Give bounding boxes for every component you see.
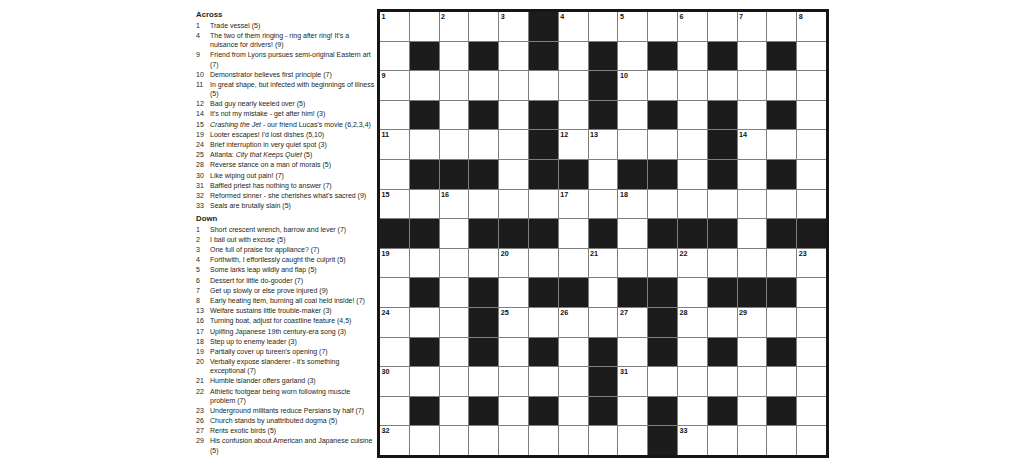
clue-text: Turning boat, adjust for coastline featu…: [210, 316, 376, 325]
grid-cell[interactable]: [678, 160, 707, 189]
grid-cell[interactable]: 11: [380, 130, 409, 159]
grid-cell[interactable]: [529, 71, 558, 100]
crossword-grid: 1234567891011121314151617181920212223242…: [377, 9, 829, 458]
grid-cell[interactable]: [380, 160, 409, 189]
grid-cell[interactable]: [529, 308, 558, 337]
clue-down-20: 20Verbally expose slanderer - it's somet…: [196, 357, 376, 375]
grid-cell[interactable]: [648, 12, 677, 41]
grid-cell[interactable]: [440, 367, 469, 396]
grid-cell[interactable]: 19: [380, 249, 409, 278]
clue-text: Verbally expose slanderer - it's somethi…: [210, 357, 376, 375]
clue-down-6: 6Dessert for little do-gooder (7): [196, 276, 376, 285]
clue-number: 11: [196, 80, 210, 98]
clue-text: Dessert for little do-gooder (7): [210, 276, 376, 285]
clue-number: 17: [196, 327, 210, 336]
clue-text: Uplifing Japanese 19th century-era song …: [210, 327, 376, 336]
clue-down-8: 8Early heating item, burning all coal he…: [196, 296, 376, 305]
grid-cell-black: [648, 219, 677, 248]
grid-cell[interactable]: [618, 338, 647, 367]
cell-number: 27: [620, 308, 628, 317]
grid-cell[interactable]: [410, 190, 439, 219]
grid-cell[interactable]: [797, 190, 826, 219]
grid-cell[interactable]: [499, 426, 528, 455]
grid-cell[interactable]: [648, 367, 677, 396]
clue-number: 19: [196, 347, 210, 356]
grid-cell[interactable]: [767, 71, 796, 100]
grid-cell[interactable]: [499, 338, 528, 367]
clue-across-25: 25Atlanta: City that Keeps Quiet (5): [196, 150, 376, 159]
grid-cell-black: [678, 219, 707, 248]
grid-cell[interactable]: [499, 160, 528, 189]
cell-number: 20: [501, 249, 509, 258]
grid-cell[interactable]: [499, 101, 528, 130]
grid-cell[interactable]: [618, 426, 647, 455]
grid-cell[interactable]: [767, 426, 796, 455]
grid-cell-black: [469, 160, 498, 189]
clue-text: Short crescent wrench, barrow and lever …: [210, 225, 376, 234]
grid-cell-black: [767, 397, 796, 426]
grid-cell[interactable]: 23: [797, 249, 826, 278]
clue-across-31: 31Baffled priest has nothing to answer (…: [196, 181, 376, 190]
grid-cell-black: [410, 219, 439, 248]
grid-cell[interactable]: [678, 367, 707, 396]
grid-cell[interactable]: [529, 367, 558, 396]
clue-down-22: 22Athletic footgear being worn following…: [196, 387, 376, 405]
grid-cell[interactable]: [767, 12, 796, 41]
clue-text: Early heating item, burning all coal hel…: [210, 296, 376, 305]
grid-cell[interactable]: [499, 71, 528, 100]
grid-cell[interactable]: [767, 130, 796, 159]
grid-cell[interactable]: 27: [618, 308, 647, 337]
grid-cell[interactable]: [559, 338, 588, 367]
grid-cell-black: [648, 278, 677, 307]
clue-text: Seals are brutally slain (5): [210, 201, 376, 210]
clue-text: Like wiping out pain! (7): [210, 171, 376, 180]
grid-cell[interactable]: [678, 397, 707, 426]
grid-cell-black: [767, 101, 796, 130]
grid-cell[interactable]: [440, 426, 469, 455]
grid-cell[interactable]: [559, 367, 588, 396]
clue-text: I bail out with excuse (5): [210, 235, 376, 244]
grid-cell[interactable]: [380, 278, 409, 307]
grid-cell[interactable]: [529, 426, 558, 455]
grid-cell[interactable]: [410, 71, 439, 100]
grid-cell[interactable]: [767, 190, 796, 219]
grid-cell[interactable]: [618, 130, 647, 159]
grid-cell[interactable]: [738, 426, 767, 455]
clue-number: 7: [196, 286, 210, 295]
grid-cell[interactable]: [410, 12, 439, 41]
grid-cell-black: [410, 160, 439, 189]
grid-cell-black: [708, 397, 737, 426]
clue-text: Step up to enemy leader (3): [210, 337, 376, 346]
grid-cell[interactable]: 31: [618, 367, 647, 396]
grid-cell[interactable]: [797, 367, 826, 396]
grid-cell[interactable]: 33: [678, 426, 707, 455]
clue-across-9: 9Friend from Lyons pursues semi-original…: [196, 50, 376, 68]
grid-cell[interactable]: 13: [589, 130, 618, 159]
clue-number: 3: [196, 245, 210, 254]
clue-number: 16: [196, 316, 210, 325]
grid-cell[interactable]: [559, 71, 588, 100]
grid-cell[interactable]: 9: [380, 71, 409, 100]
grid-cell[interactable]: [469, 249, 498, 278]
grid-cell[interactable]: [469, 130, 498, 159]
grid-cell[interactable]: 17: [559, 190, 588, 219]
grid-cell[interactable]: [678, 278, 707, 307]
grid-cell[interactable]: [797, 308, 826, 337]
grid-cell[interactable]: [738, 219, 767, 248]
grid-cell-black: [529, 338, 558, 367]
grid-cell[interactable]: [797, 42, 826, 71]
grid-cell[interactable]: [559, 426, 588, 455]
grid-cell[interactable]: [589, 160, 618, 189]
grid-cell[interactable]: [559, 219, 588, 248]
grid-cell[interactable]: 16: [440, 190, 469, 219]
cell-number: 6: [679, 12, 683, 21]
clue-across-24: 24Brief interruption in very quiet spot …: [196, 140, 376, 149]
clue-text: Get up slowly or else prove injured (9): [210, 286, 376, 295]
grid-cell[interactable]: 2: [440, 12, 469, 41]
grid-cell-black: [767, 338, 796, 367]
grid-cell[interactable]: [559, 101, 588, 130]
grid-cell-black: [648, 160, 677, 189]
grid-cell-black: [738, 278, 767, 307]
clue-number: 10: [196, 70, 210, 79]
clue-number: 21: [196, 376, 210, 385]
grid-cell-black: [469, 278, 498, 307]
clue-across-33: 33Seals are brutally slain (5): [196, 201, 376, 210]
grid-cell[interactable]: [469, 12, 498, 41]
grid-cell-black: [410, 42, 439, 71]
across-clue-list: 1Trade vessel (5)4The two of them ringin…: [196, 21, 376, 210]
clue-text: The two of them ringing - ring after rin…: [210, 31, 376, 49]
grid-cell-black: [589, 71, 618, 100]
grid-cell[interactable]: 7: [738, 12, 767, 41]
clue-down-2: 2I bail out with excuse (5): [196, 235, 376, 244]
cell-number: 14: [739, 130, 747, 139]
grid-cell[interactable]: [469, 426, 498, 455]
grid-cell[interactable]: [440, 397, 469, 426]
clue-number: 9: [196, 50, 210, 68]
grid-cell-black: [469, 397, 498, 426]
down-header: Down: [196, 214, 376, 224]
grid-cell[interactable]: [380, 42, 409, 71]
grid-cell[interactable]: 6: [678, 12, 707, 41]
grid-cell[interactable]: 20: [499, 249, 528, 278]
clue-text: One full of praise for appliance? (7): [210, 245, 376, 254]
grid-cell-black: [469, 219, 498, 248]
cell-number: 7: [739, 12, 743, 21]
grid-cell[interactable]: [440, 42, 469, 71]
grid-cell-black: [410, 278, 439, 307]
clue-across-28: 28Reverse stance on a man of morals (5): [196, 160, 376, 169]
grid-cell[interactable]: [499, 190, 528, 219]
cell-number: 29: [739, 308, 747, 317]
grid-cell[interactable]: [559, 397, 588, 426]
cell-number: 24: [382, 308, 390, 317]
grid-cell[interactable]: 29: [738, 308, 767, 337]
grid-cell[interactable]: [440, 130, 469, 159]
grid-cell-black: [529, 12, 558, 41]
clue-text: Atlanta: City that Keeps Quiet (5): [210, 150, 376, 159]
clue-across-4: 4The two of them ringing - ring after ri…: [196, 31, 376, 49]
grid-cell[interactable]: [618, 219, 647, 248]
clue-number: 14: [196, 109, 210, 118]
grid-cell[interactable]: [589, 12, 618, 41]
grid-cell[interactable]: [738, 101, 767, 130]
grid-cell[interactable]: [738, 367, 767, 396]
grid-cell[interactable]: [529, 249, 558, 278]
grid-cell[interactable]: 4: [559, 12, 588, 41]
grid-cell[interactable]: [708, 190, 737, 219]
grid-cell[interactable]: [469, 190, 498, 219]
cell-number: 3: [501, 12, 505, 21]
grid-cell-black: [708, 160, 737, 189]
grid-cell[interactable]: [708, 12, 737, 41]
grid-cell[interactable]: [648, 190, 677, 219]
grid-cell-black: [708, 219, 737, 248]
clue-down-3: 3One full of praise for appliance? (7): [196, 245, 376, 254]
clue-text: Reverse stance on a man of morals (5): [210, 160, 376, 169]
clue-text: Church stands by unattributed dogma (5): [210, 416, 376, 425]
grid-cell-black: [648, 426, 677, 455]
grid-cell[interactable]: [589, 190, 618, 219]
grid-cell[interactable]: [767, 308, 796, 337]
clue-number: 31: [196, 181, 210, 190]
grid-cell[interactable]: [708, 71, 737, 100]
clue-down-19: 19Partially cover up tureen's opening (7…: [196, 347, 376, 356]
grid-cell[interactable]: 15: [380, 190, 409, 219]
grid-cell-black: [469, 338, 498, 367]
grid-cell[interactable]: 5: [618, 12, 647, 41]
grid-cell[interactable]: [767, 367, 796, 396]
clue-across-15: 15Crashing the Jet - our friend Lucas's …: [196, 120, 376, 129]
grid-cell-black: [708, 338, 737, 367]
grid-cell[interactable]: [380, 338, 409, 367]
grid-cell[interactable]: [410, 367, 439, 396]
grid-cell[interactable]: [589, 278, 618, 307]
grid-cell-black: [469, 101, 498, 130]
cell-number: 15: [382, 190, 390, 199]
grid-cell[interactable]: 24: [380, 308, 409, 337]
clue-number: 15: [196, 120, 210, 129]
cell-number: 5: [620, 12, 624, 21]
clue-number: 32: [196, 191, 210, 200]
clue-down-17: 17Uplifing Japanese 19th century-era son…: [196, 327, 376, 336]
cell-number: 17: [560, 190, 568, 199]
grid-cell[interactable]: 32: [380, 426, 409, 455]
grid-cell[interactable]: [708, 308, 737, 337]
grid-cell[interactable]: [589, 426, 618, 455]
grid-cell[interactable]: [738, 397, 767, 426]
grid-cell[interactable]: [380, 397, 409, 426]
clue-number: 33: [196, 201, 210, 210]
grid-cell[interactable]: [529, 190, 558, 219]
clue-down-16: 16Turning boat, adjust for coastline fea…: [196, 316, 376, 325]
grid-cell[interactable]: 26: [559, 308, 588, 337]
grid-cell[interactable]: [648, 249, 677, 278]
grid-cell[interactable]: [678, 130, 707, 159]
grid-cell[interactable]: [469, 367, 498, 396]
clue-number: 5: [196, 265, 210, 274]
grid-cell[interactable]: 14: [738, 130, 767, 159]
grid-cell[interactable]: [797, 278, 826, 307]
grid-cell[interactable]: [767, 249, 796, 278]
cell-number: 18: [620, 190, 628, 199]
grid-cell-black: [380, 219, 409, 248]
clue-across-10: 10Demonstrator believes first principle …: [196, 70, 376, 79]
grid-cell[interactable]: 22: [678, 249, 707, 278]
grid-cell[interactable]: [708, 367, 737, 396]
clue-text: Brief interruption in very quiet spot (3…: [210, 140, 376, 149]
clue-across-19: 19Looter escapes! I'd lost dishes (5,10): [196, 130, 376, 139]
grid-cell[interactable]: [559, 42, 588, 71]
grid-cell[interactable]: [440, 278, 469, 307]
cell-number: 9: [382, 71, 386, 80]
grid-cell[interactable]: [499, 42, 528, 71]
clue-text: Bad guy nearly keeled over (5): [210, 99, 376, 108]
cell-number: 1: [382, 12, 386, 21]
grid-cell[interactable]: [738, 338, 767, 367]
grid-cell-black: [589, 397, 618, 426]
grid-cell[interactable]: [678, 101, 707, 130]
grid-cell[interactable]: 25: [499, 308, 528, 337]
cell-number: 10: [620, 71, 628, 80]
grid-cell-black: [469, 308, 498, 337]
grid-cell-black: [767, 42, 796, 71]
grid-cell[interactable]: [618, 249, 647, 278]
clue-number: 1: [196, 21, 210, 30]
clue-number: 13: [196, 306, 210, 315]
grid-cell[interactable]: 3: [499, 12, 528, 41]
grid-cell[interactable]: [440, 338, 469, 367]
grid-cell[interactable]: [410, 426, 439, 455]
grid-cell[interactable]: [738, 42, 767, 71]
grid-cell-black: [797, 219, 826, 248]
grid-cell[interactable]: [410, 249, 439, 278]
grid-cell-black: [589, 101, 618, 130]
grid-cell[interactable]: 10: [618, 71, 647, 100]
grid-cell-black: [410, 338, 439, 367]
grid-cell[interactable]: [589, 308, 618, 337]
grid-cell[interactable]: [618, 397, 647, 426]
grid-cell[interactable]: [410, 130, 439, 159]
cell-number: 8: [799, 12, 803, 21]
grid-cell[interactable]: [678, 42, 707, 71]
grid-cell[interactable]: [410, 308, 439, 337]
grid-cell[interactable]: [797, 160, 826, 189]
grid-cell[interactable]: [738, 190, 767, 219]
clue-number: 8: [196, 296, 210, 305]
clue-number: 30: [196, 171, 210, 180]
grid-cell[interactable]: [440, 101, 469, 130]
clue-number: 4: [196, 31, 210, 49]
grid-cell[interactable]: [797, 397, 826, 426]
grid-cell-black: [708, 278, 737, 307]
grid-cell[interactable]: 21: [589, 249, 618, 278]
grid-cell[interactable]: [708, 249, 737, 278]
grid-cell-black: [529, 219, 558, 248]
grid-cell[interactable]: [618, 101, 647, 130]
grid-cell[interactable]: 1: [380, 12, 409, 41]
grid-cell-black: [618, 160, 647, 189]
clue-number: 1: [196, 225, 210, 234]
grid-cell[interactable]: 28: [678, 308, 707, 337]
grid-cell[interactable]: 12: [559, 130, 588, 159]
clues-panel: Across 1Trade vessel (5)4The two of them…: [196, 10, 376, 456]
grid-cell[interactable]: 18: [618, 190, 647, 219]
grid-cell[interactable]: [797, 71, 826, 100]
grid-cell[interactable]: 8: [797, 12, 826, 41]
grid-cell[interactable]: [559, 249, 588, 278]
grid-cell[interactable]: [440, 219, 469, 248]
grid-cell[interactable]: [440, 249, 469, 278]
grid-cell[interactable]: 30: [380, 367, 409, 396]
cell-number: 22: [679, 249, 687, 258]
clue-text: Friend from Lyons pursues semi-original …: [210, 50, 376, 68]
grid-cell[interactable]: [380, 101, 409, 130]
clue-number: 19: [196, 130, 210, 139]
grid-cell[interactable]: [797, 338, 826, 367]
grid-cell-black: [767, 160, 796, 189]
clue-text: It's not my mistake - get after him! (3): [210, 109, 376, 118]
grid-cell[interactable]: [499, 397, 528, 426]
clue-text: Demonstrator believes first principle (7…: [210, 70, 376, 79]
grid-cell[interactable]: [738, 71, 767, 100]
grid-cell[interactable]: [678, 190, 707, 219]
grid-cell[interactable]: [469, 71, 498, 100]
clue-across-12: 12Bad guy nearly keeled over (5): [196, 99, 376, 108]
grid-cell-black: [529, 101, 558, 130]
grid-cell[interactable]: [708, 426, 737, 455]
grid-cell-black: [469, 42, 498, 71]
clue-number: 28: [196, 160, 210, 169]
down-clue-list: 1Short crescent wrench, barrow and lever…: [196, 225, 376, 455]
clue-number: 27: [196, 426, 210, 435]
clue-text: Rents exotic birds (5): [210, 426, 376, 435]
grid-cell-black: [767, 278, 796, 307]
grid-cell[interactable]: [499, 278, 528, 307]
grid-cell[interactable]: [797, 130, 826, 159]
grid-cell[interactable]: [797, 426, 826, 455]
grid-cell[interactable]: [678, 71, 707, 100]
grid-cell[interactable]: [678, 338, 707, 367]
grid-cell[interactable]: [440, 71, 469, 100]
grid-cell[interactable]: [618, 42, 647, 71]
grid-cell-black: [767, 219, 796, 248]
cell-number: 32: [382, 426, 390, 435]
clue-number: 29: [196, 436, 210, 454]
clue-down-26: 26Church stands by unattributed dogma (5…: [196, 416, 376, 425]
clue-number: 26: [196, 416, 210, 425]
clue-text: Trade vessel (5): [210, 21, 376, 30]
cell-number: 13: [590, 130, 598, 139]
clue-text: His confusion about American and Japanes…: [210, 436, 376, 454]
grid-cell[interactable]: [648, 71, 677, 100]
grid-cell[interactable]: [738, 160, 767, 189]
grid-cell[interactable]: [797, 101, 826, 130]
grid-cell[interactable]: [440, 308, 469, 337]
grid-cell-black: [529, 397, 558, 426]
grid-cell[interactable]: [648, 130, 677, 159]
clue-down-29: 29His confusion about American and Japan…: [196, 436, 376, 454]
grid-cell[interactable]: [499, 130, 528, 159]
grid-cell[interactable]: [738, 249, 767, 278]
clue-text: In great shape, but infected with beginn…: [210, 80, 376, 98]
clue-number: 4: [196, 255, 210, 264]
grid-cell[interactable]: [499, 367, 528, 396]
